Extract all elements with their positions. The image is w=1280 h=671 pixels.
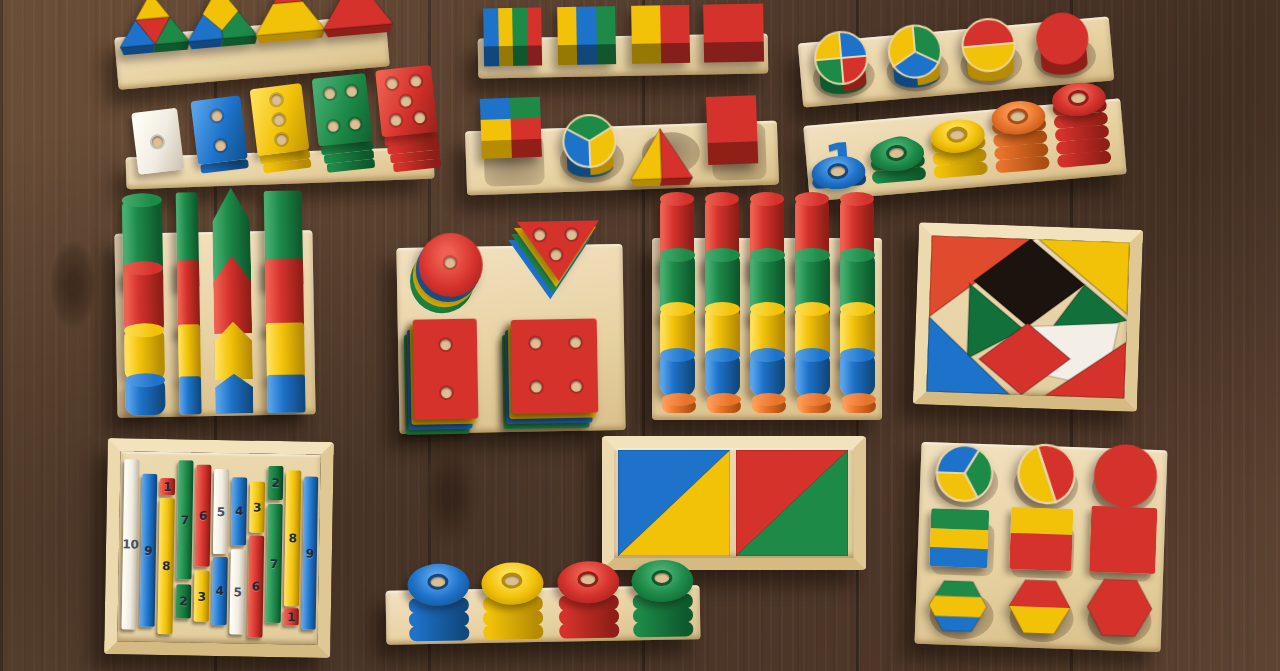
orange-disc — [662, 400, 696, 413]
cylinder-halves-piece — [956, 13, 1022, 92]
triangle-halves-piece — [250, 0, 327, 46]
blue-cylinder — [125, 379, 166, 416]
tangram-square — [913, 222, 1143, 412]
blue-cylinder — [795, 354, 830, 396]
rod-column: 9 — [301, 454, 318, 644]
shape-sorting-fractions-board — [915, 442, 1168, 652]
blue-cylinder — [750, 354, 785, 396]
hexagon-thirds-piece — [927, 574, 993, 638]
shape-stacker-board — [396, 244, 625, 434]
blue-block — [267, 374, 306, 413]
blue-column — [179, 376, 202, 414]
cube-thirds-piece — [557, 6, 616, 65]
blue-cylinder — [660, 354, 695, 396]
rod-column: 10 — [121, 451, 139, 641]
ring-stack-2-green — [869, 136, 927, 187]
hexagon-whole-piece — [1085, 572, 1159, 644]
circle-whole-piece — [1089, 440, 1161, 512]
square-halves-piece — [1009, 507, 1073, 571]
rod-column: 4 5 — [229, 453, 247, 643]
four-cube-square-piece — [480, 97, 542, 159]
geometric-solids-peg-board — [114, 230, 315, 417]
orange-disc — [842, 400, 876, 413]
plate-stack-1 — [131, 108, 185, 179]
ring-stack-4-orange — [990, 99, 1050, 175]
cylinder-whole-piece — [1030, 6, 1096, 85]
square-thirds-piece — [929, 508, 989, 568]
rod-column: 3 6 — [247, 454, 265, 644]
blue-yellow-square — [618, 450, 730, 556]
orange-disc — [707, 400, 741, 413]
rod-column: 6 3 — [193, 453, 211, 643]
ring-stack-1-blue — [810, 154, 867, 192]
cube-quarters-piece — [483, 7, 542, 66]
counting-plates-board — [126, 147, 435, 190]
number-rings-board: 1 2 3 4 5 — [803, 98, 1126, 201]
photo-montessori-toy-table: 1 2 3 4 5 — [0, 0, 1280, 671]
rod-column: 8 1 — [283, 454, 301, 644]
ring-stack-3-yellow — [929, 117, 988, 180]
rectangle-stack — [412, 318, 494, 439]
rod-column: 7 2 — [175, 452, 193, 642]
triangle-quarters-piece — [115, 0, 192, 58]
mixed-shape-fractions-board — [465, 121, 779, 196]
square-whole-piece — [1089, 506, 1157, 574]
plate-stack-2 — [190, 95, 249, 177]
yellow-ring-stack — [481, 562, 544, 643]
graded-cylinders-peg-board — [652, 238, 882, 420]
red-ring-stack — [557, 561, 620, 642]
triangle-halves-piece — [627, 126, 695, 188]
number-rods-box: 10 9 1 8 7 2 6 3 5 4 4 5 3 6 2 — [104, 438, 334, 658]
blue-cylinder — [705, 354, 740, 396]
rod-column: 1 8 — [157, 452, 175, 642]
rod-column: 9 — [139, 452, 157, 642]
cylinder-thirds-piece — [882, 19, 948, 98]
plate-stack-5 — [375, 65, 442, 174]
ring-stack-5-red — [1051, 81, 1112, 170]
triangle-whole-piece — [318, 0, 395, 40]
red-green-square — [736, 450, 848, 556]
wood-knot — [420, 440, 480, 550]
cube-halves-piece — [631, 5, 690, 64]
tangram-pieces — [926, 236, 1129, 399]
ring-stacks-bar — [386, 585, 701, 644]
cube-fractions-board — [478, 33, 769, 78]
square-stack — [510, 318, 616, 436]
circle-halves-piece — [1011, 439, 1081, 509]
blue-ring-stack — [407, 563, 470, 644]
plate-stack-4 — [312, 73, 376, 174]
plate-stack-3 — [250, 83, 312, 175]
triangle-stack — [508, 220, 605, 308]
green-ring-stack — [631, 559, 694, 640]
circle-stack — [418, 232, 495, 317]
rod-column: 2 7 — [265, 454, 283, 644]
yellow-column — [178, 324, 201, 380]
triangle-thirds-piece — [182, 0, 259, 52]
blue-cylinder — [840, 354, 875, 396]
circle-thirds-piece — [931, 440, 997, 506]
yellow-block — [266, 322, 305, 379]
orange-disc — [797, 400, 831, 413]
red-block-piece — [706, 95, 758, 165]
cylinder-quarters-piece — [809, 25, 875, 104]
hexagon-halves-piece — [1007, 573, 1077, 641]
wood-knot — [50, 240, 96, 330]
diagonal-squares-tray — [602, 436, 866, 570]
cylinder-thirds-piece — [558, 110, 621, 186]
rod-column: 5 4 — [211, 453, 229, 643]
orange-disc — [752, 400, 786, 413]
cube-whole-piece — [703, 4, 764, 63]
